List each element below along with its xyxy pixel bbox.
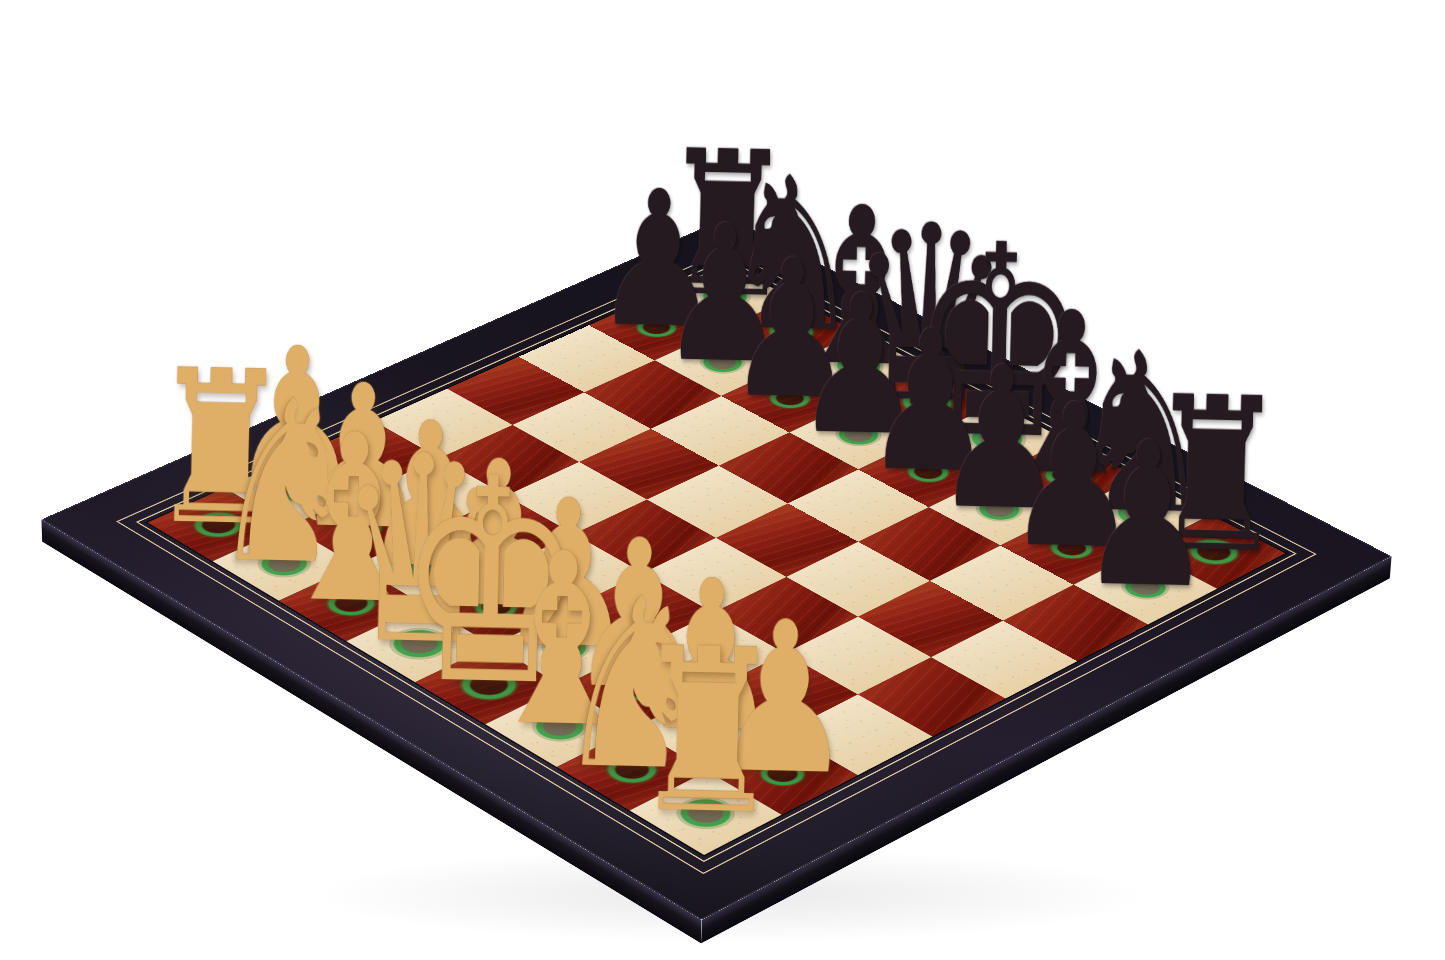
black-pawn: ♟ [1078,414,1216,616]
white-rook: ♜ [629,616,785,846]
board-perspective-wrapper: ♜♞♝♛♚♝♞♜♟♟♟♟♟♟♟♟♟♟♟♟♟♟♟♟♜♞♝♛♚♝♞♜ [0,0,1445,960]
chess-board: ♜♞♝♛♚♝♞♜♟♟♟♟♟♟♟♟♟♟♟♟♟♟♟♟♜♞♝♛♚♝♞♜ [41,217,1391,920]
square-e6[interactable] [788,469,929,541]
scene: ♜♞♝♛♚♝♞♜♟♟♟♟♟♟♟♟♟♟♟♟♟♟♟♟♜♞♝♛♚♝♞♜ [0,0,1445,960]
board-perspective: ♜♞♝♛♚♝♞♜♟♟♟♟♟♟♟♟♟♟♟♟♟♟♟♟♜♞♝♛♚♝♞♜ [0,0,1445,960]
squares-grid: ♜♞♝♛♚♝♞♜♟♟♟♟♟♟♟♟♟♟♟♟♟♟♟♟♜♞♝♛♚♝♞♜ [148,264,1285,855]
